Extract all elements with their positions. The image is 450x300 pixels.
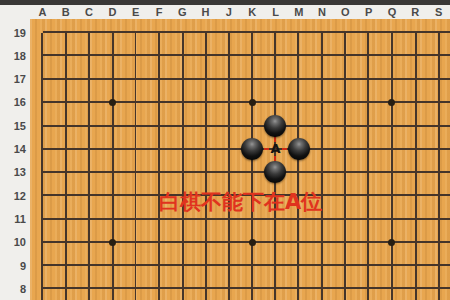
intersection-N10[interactable] <box>310 231 333 254</box>
intersection-G15[interactable] <box>171 114 194 137</box>
intersection-B10[interactable] <box>54 231 77 254</box>
black-stone-L15 <box>264 115 286 137</box>
intersection-D11[interactable] <box>101 207 124 230</box>
intersection-M15[interactable] <box>287 114 310 137</box>
intersection-C11[interactable] <box>77 207 100 230</box>
intersection-B13[interactable] <box>54 161 77 184</box>
intersection-F8[interactable] <box>147 277 170 300</box>
intersection-R10[interactable] <box>404 231 427 254</box>
black-stone-M14 <box>288 138 310 160</box>
marker-dash-w <box>264 148 269 150</box>
intersection-S18[interactable] <box>427 44 450 67</box>
row-label-15: 15 <box>2 119 26 133</box>
column-label-E: E <box>125 5 147 19</box>
intersection-Q17[interactable] <box>380 67 403 90</box>
go-board: A <box>31 21 450 300</box>
point-a-label: A <box>270 142 280 155</box>
intersection-S10[interactable] <box>427 231 450 254</box>
column-label-C: C <box>78 5 100 19</box>
intersection-L8[interactable] <box>264 277 287 300</box>
intersection-D14[interactable] <box>101 137 124 160</box>
intersection-J8[interactable] <box>217 277 240 300</box>
intersection-S12[interactable] <box>427 184 450 207</box>
intersection-B8[interactable] <box>54 277 77 300</box>
intersection-H9[interactable] <box>194 254 217 277</box>
intersection-B14[interactable] <box>54 137 77 160</box>
black-stone-K14 <box>241 138 263 160</box>
intersection-K18[interactable] <box>241 44 264 67</box>
intersection-B17[interactable] <box>54 67 77 90</box>
intersection-C18[interactable] <box>77 44 100 67</box>
intersection-G9[interactable] <box>171 254 194 277</box>
column-label-M: M <box>288 5 310 19</box>
intersection-H17[interactable] <box>194 67 217 90</box>
column-label-L: L <box>265 5 287 19</box>
intersection-G18[interactable] <box>171 44 194 67</box>
intersection-B18[interactable] <box>54 44 77 67</box>
intersection-Q15[interactable] <box>380 114 403 137</box>
intersection-H19[interactable] <box>194 21 217 44</box>
intersection-C10[interactable] <box>77 231 100 254</box>
intersection-D8[interactable] <box>101 277 124 300</box>
star-point-D10 <box>109 239 116 246</box>
intersection-L9[interactable] <box>264 254 287 277</box>
row-label-18: 18 <box>2 49 26 63</box>
intersection-D18[interactable] <box>101 44 124 67</box>
intersection-H15[interactable] <box>194 114 217 137</box>
row-label-11: 11 <box>2 212 26 226</box>
intersection-H18[interactable] <box>194 44 217 67</box>
intersection-F15[interactable] <box>147 114 170 137</box>
intersection-Q13[interactable] <box>380 161 403 184</box>
intersection-R17[interactable] <box>404 67 427 90</box>
intersection-L17[interactable] <box>264 67 287 90</box>
intersection-J14[interactable] <box>217 137 240 160</box>
column-label-H: H <box>195 5 217 19</box>
column-label-R: R <box>404 5 426 19</box>
intersection-E11[interactable] <box>124 207 147 230</box>
intersection-K9[interactable] <box>241 254 264 277</box>
caption-text: 白棋不能下在A位 <box>159 190 322 214</box>
intersection-R9[interactable] <box>404 254 427 277</box>
intersection-K19[interactable] <box>241 21 264 44</box>
intersection-C15[interactable] <box>77 114 100 137</box>
marked-point-L14: A <box>264 137 287 160</box>
marker-dash-e <box>282 148 287 150</box>
intersection-H16[interactable] <box>194 91 217 114</box>
intersection-F13[interactable] <box>147 161 170 184</box>
intersection-M18[interactable] <box>287 44 310 67</box>
intersection-O15[interactable] <box>334 114 357 137</box>
intersection-J19[interactable] <box>217 21 240 44</box>
intersection-P13[interactable] <box>357 161 380 184</box>
row-label-19: 19 <box>2 26 26 40</box>
intersection-A8[interactable] <box>31 277 54 300</box>
column-label-P: P <box>358 5 380 19</box>
intersection-B9[interactable] <box>54 254 77 277</box>
intersection-L13[interactable] <box>264 161 287 184</box>
intersection-P8[interactable] <box>357 277 380 300</box>
intersection-E19[interactable] <box>124 21 147 44</box>
intersection-Q10[interactable] <box>380 231 403 254</box>
intersection-A19[interactable] <box>31 21 54 44</box>
intersection-M8[interactable] <box>287 277 310 300</box>
intersection-C9[interactable] <box>77 254 100 277</box>
intersection-C16[interactable] <box>77 91 100 114</box>
row-label-13: 13 <box>2 165 26 179</box>
intersection-E14[interactable] <box>124 137 147 160</box>
intersection-N8[interactable] <box>310 277 333 300</box>
intersection-F18[interactable] <box>147 44 170 67</box>
intersection-A9[interactable] <box>31 254 54 277</box>
intersection-A13[interactable] <box>31 161 54 184</box>
intersection-N15[interactable] <box>310 114 333 137</box>
intersection-E9[interactable] <box>124 254 147 277</box>
intersection-R13[interactable] <box>404 161 427 184</box>
intersection-R8[interactable] <box>404 277 427 300</box>
intersection-S17[interactable] <box>427 67 450 90</box>
intersection-K17[interactable] <box>241 67 264 90</box>
intersection-K15[interactable] <box>241 114 264 137</box>
intersection-F10[interactable] <box>147 231 170 254</box>
intersection-Q12[interactable] <box>380 184 403 207</box>
intersection-A10[interactable] <box>31 231 54 254</box>
row-label-17: 17 <box>2 72 26 86</box>
intersection-O12[interactable] <box>334 184 357 207</box>
column-label-A: A <box>32 5 54 19</box>
intersection-C17[interactable] <box>77 67 100 90</box>
intersection-L19[interactable] <box>264 21 287 44</box>
intersection-K8[interactable] <box>241 277 264 300</box>
intersection-F19[interactable] <box>147 21 170 44</box>
intersection-A14[interactable] <box>31 137 54 160</box>
intersection-E10[interactable] <box>124 231 147 254</box>
intersection-G19[interactable] <box>171 21 194 44</box>
intersection-P19[interactable] <box>357 21 380 44</box>
intersection-M13[interactable] <box>287 161 310 184</box>
intersection-R16[interactable] <box>404 91 427 114</box>
intersection-Q14[interactable] <box>380 137 403 160</box>
intersection-R12[interactable] <box>404 184 427 207</box>
intersection-A17[interactable] <box>31 67 54 90</box>
intersection-O11[interactable] <box>334 207 357 230</box>
star-point-Q16 <box>388 99 395 106</box>
intersection-O13[interactable] <box>334 161 357 184</box>
intersection-P14[interactable] <box>357 137 380 160</box>
intersection-Q18[interactable] <box>380 44 403 67</box>
intersection-Q11[interactable] <box>380 207 403 230</box>
intersection-A12[interactable] <box>31 184 54 207</box>
intersection-O17[interactable] <box>334 67 357 90</box>
intersection-F16[interactable] <box>147 91 170 114</box>
intersection-E16[interactable] <box>124 91 147 114</box>
intersection-N19[interactable] <box>310 21 333 44</box>
row-label-9: 9 <box>2 259 26 273</box>
intersection-D9[interactable] <box>101 254 124 277</box>
intersection-A15[interactable] <box>31 114 54 137</box>
intersection-Q8[interactable] <box>380 277 403 300</box>
intersection-L14[interactable]: A <box>264 137 287 160</box>
intersection-A16[interactable] <box>31 91 54 114</box>
intersection-B12[interactable] <box>54 184 77 207</box>
intersection-J15[interactable] <box>217 114 240 137</box>
row-label-16: 16 <box>2 95 26 109</box>
intersection-G10[interactable] <box>171 231 194 254</box>
intersection-B16[interactable] <box>54 91 77 114</box>
intersection-J10[interactable] <box>217 231 240 254</box>
intersection-J16[interactable] <box>217 91 240 114</box>
intersection-L18[interactable] <box>264 44 287 67</box>
intersection-E13[interactable] <box>124 161 147 184</box>
intersection-R19[interactable] <box>404 21 427 44</box>
intersection-E8[interactable] <box>124 277 147 300</box>
intersection-P15[interactable] <box>357 114 380 137</box>
intersection-E15[interactable] <box>124 114 147 137</box>
intersection-Q16[interactable] <box>380 91 403 114</box>
intersection-C14[interactable] <box>77 137 100 160</box>
column-label-N: N <box>311 5 333 19</box>
intersection-G14[interactable] <box>171 137 194 160</box>
column-label-K: K <box>241 5 263 19</box>
column-label-B: B <box>55 5 77 19</box>
intersection-H14[interactable] <box>194 137 217 160</box>
intersection-P11[interactable] <box>357 207 380 230</box>
column-label-F: F <box>148 5 170 19</box>
intersection-P17[interactable] <box>357 67 380 90</box>
intersection-O14[interactable] <box>334 137 357 160</box>
intersection-E18[interactable] <box>124 44 147 67</box>
intersection-L15[interactable] <box>264 114 287 137</box>
intersection-M10[interactable] <box>287 231 310 254</box>
intersection-O18[interactable] <box>334 44 357 67</box>
intersection-D10[interactable] <box>101 231 124 254</box>
intersection-S13[interactable] <box>427 161 450 184</box>
marker-dash-n <box>274 137 276 142</box>
intersection-O19[interactable] <box>334 21 357 44</box>
column-label-S: S <box>428 5 450 19</box>
intersection-E12[interactable] <box>124 184 147 207</box>
column-label-O: O <box>334 5 356 19</box>
intersection-P16[interactable] <box>357 91 380 114</box>
intersection-L10[interactable] <box>264 231 287 254</box>
intersection-S19[interactable] <box>427 21 450 44</box>
intersection-G17[interactable] <box>171 67 194 90</box>
intersection-O10[interactable] <box>334 231 357 254</box>
intersection-M16[interactable] <box>287 91 310 114</box>
row-label-10: 10 <box>2 235 26 249</box>
intersection-A11[interactable] <box>31 207 54 230</box>
intersection-O16[interactable] <box>334 91 357 114</box>
row-label-8: 8 <box>2 282 26 296</box>
intersection-F17[interactable] <box>147 67 170 90</box>
intersection-R14[interactable] <box>404 137 427 160</box>
star-point-D16 <box>109 99 116 106</box>
intersection-N18[interactable] <box>310 44 333 67</box>
intersection-E17[interactable] <box>124 67 147 90</box>
intersection-J9[interactable] <box>217 254 240 277</box>
intersection-J17[interactable] <box>217 67 240 90</box>
intersection-N16[interactable] <box>310 91 333 114</box>
go-diagram-screen: A ABCDEFGHJKLMNOPQRS 1918171615141312111… <box>0 0 450 300</box>
intersection-G13[interactable] <box>171 161 194 184</box>
intersection-P18[interactable] <box>357 44 380 67</box>
column-label-D: D <box>101 5 123 19</box>
intersection-D16[interactable] <box>101 91 124 114</box>
intersection-S15[interactable] <box>427 114 450 137</box>
intersection-D17[interactable] <box>101 67 124 90</box>
intersection-L16[interactable] <box>264 91 287 114</box>
intersection-K10[interactable] <box>241 231 264 254</box>
intersection-D19[interactable] <box>101 21 124 44</box>
marker-dash-s <box>274 156 276 161</box>
intersection-S14[interactable] <box>427 137 450 160</box>
intersection-H13[interactable] <box>194 161 217 184</box>
intersection-R15[interactable] <box>404 114 427 137</box>
intersection-B11[interactable] <box>54 207 77 230</box>
black-stone-L13 <box>264 161 286 183</box>
intersection-F14[interactable] <box>147 137 170 160</box>
intersection-F9[interactable] <box>147 254 170 277</box>
intersection-M17[interactable] <box>287 67 310 90</box>
intersection-S16[interactable] <box>427 91 450 114</box>
intersection-D13[interactable] <box>101 161 124 184</box>
intersection-C13[interactable] <box>77 161 100 184</box>
star-point-K10 <box>249 239 256 246</box>
intersection-K14[interactable] <box>241 137 264 160</box>
row-label-12: 12 <box>2 189 26 203</box>
intersection-D12[interactable] <box>101 184 124 207</box>
intersection-N14[interactable] <box>310 137 333 160</box>
column-label-G: G <box>171 5 193 19</box>
intersection-H10[interactable] <box>194 231 217 254</box>
intersection-M9[interactable] <box>287 254 310 277</box>
star-point-Q10 <box>388 239 395 246</box>
intersection-N13[interactable] <box>310 161 333 184</box>
intersection-D15[interactable] <box>101 114 124 137</box>
intersection-S11[interactable] <box>427 207 450 230</box>
intersection-P9[interactable] <box>357 254 380 277</box>
intersection-C12[interactable] <box>77 184 100 207</box>
intersection-R18[interactable] <box>404 44 427 67</box>
intersection-Q19[interactable] <box>380 21 403 44</box>
intersection-O8[interactable] <box>334 277 357 300</box>
intersection-G16[interactable] <box>171 91 194 114</box>
intersection-P10[interactable] <box>357 231 380 254</box>
intersection-M14[interactable] <box>287 137 310 160</box>
intersection-N9[interactable] <box>310 254 333 277</box>
intersection-N17[interactable] <box>310 67 333 90</box>
intersection-C19[interactable] <box>77 21 100 44</box>
star-point-K16 <box>249 99 256 106</box>
intersection-J13[interactable] <box>217 161 240 184</box>
intersection-H8[interactable] <box>194 277 217 300</box>
intersection-A18[interactable] <box>31 44 54 67</box>
intersection-S9[interactable] <box>427 254 450 277</box>
column-label-J: J <box>218 5 240 19</box>
column-label-Q: Q <box>381 5 403 19</box>
intersection-G8[interactable] <box>171 277 194 300</box>
intersection-K16[interactable] <box>241 91 264 114</box>
intersection-J18[interactable] <box>217 44 240 67</box>
intersection-R11[interactable] <box>404 207 427 230</box>
intersection-S8[interactable] <box>427 277 450 300</box>
intersection-B19[interactable] <box>54 21 77 44</box>
intersection-P12[interactable] <box>357 184 380 207</box>
intersection-O9[interactable] <box>334 254 357 277</box>
row-label-14: 14 <box>2 142 26 156</box>
intersection-M19[interactable] <box>287 21 310 44</box>
intersection-K13[interactable] <box>241 161 264 184</box>
intersection-Q9[interactable] <box>380 254 403 277</box>
intersection-B15[interactable] <box>54 114 77 137</box>
intersection-C8[interactable] <box>77 277 100 300</box>
